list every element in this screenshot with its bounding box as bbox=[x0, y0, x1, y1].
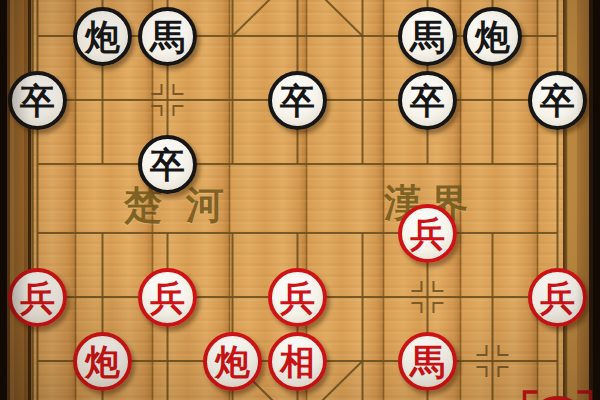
xiangqi-board: 楚河 漢界 炮馬馬炮卒卒卒卒卒兵兵兵兵兵炮炮相馬車 bbox=[0, 0, 600, 400]
piece-black-cannon[interactable]: 炮 bbox=[73, 7, 132, 66]
piece-red-chariot[interactable]: 車 bbox=[528, 396, 587, 400]
pieces-layer: 炮馬馬炮卒卒卒卒卒兵兵兵兵兵炮炮相馬車 bbox=[0, 0, 600, 400]
piece-red-soldier[interactable]: 兵 bbox=[398, 204, 457, 263]
piece-red-horse[interactable]: 馬 bbox=[398, 332, 457, 391]
piece-black-soldier[interactable]: 卒 bbox=[268, 71, 327, 130]
piece-black-soldier[interactable]: 卒 bbox=[8, 71, 67, 130]
piece-black-soldier[interactable]: 卒 bbox=[398, 71, 457, 130]
piece-black-horse[interactable]: 馬 bbox=[398, 7, 457, 66]
piece-red-soldier[interactable]: 兵 bbox=[268, 268, 327, 327]
piece-red-soldier[interactable]: 兵 bbox=[138, 268, 197, 327]
piece-red-soldier[interactable]: 兵 bbox=[528, 268, 587, 327]
piece-black-soldier[interactable]: 卒 bbox=[528, 71, 587, 130]
piece-black-soldier[interactable]: 卒 bbox=[138, 135, 197, 194]
piece-black-horse[interactable]: 馬 bbox=[138, 7, 197, 66]
piece-red-cannon[interactable]: 炮 bbox=[73, 332, 132, 391]
piece-red-soldier[interactable]: 兵 bbox=[8, 268, 67, 327]
piece-red-elephant[interactable]: 相 bbox=[268, 332, 327, 391]
piece-black-cannon[interactable]: 炮 bbox=[463, 7, 522, 66]
piece-red-cannon[interactable]: 炮 bbox=[203, 332, 262, 391]
